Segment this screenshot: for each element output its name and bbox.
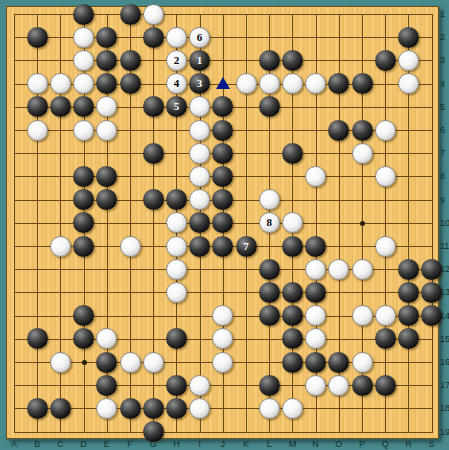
white-stone-C11 xyxy=(50,236,71,257)
black-stone-I10 xyxy=(189,212,210,233)
black-stone-H18 xyxy=(166,398,187,419)
black-stone-I4 xyxy=(189,73,210,94)
black-stone-D1 xyxy=(73,4,94,25)
white-stone-P16 xyxy=(352,352,373,373)
white-stone-H11 xyxy=(166,236,187,257)
go-diagram: 12345678 ABCDEFGHIJKLMNOPQRS123456789101… xyxy=(0,0,449,450)
black-stone-O16 xyxy=(328,352,349,373)
white-stone-N8 xyxy=(305,166,326,187)
black-stone-H15 xyxy=(166,328,187,349)
row-label-16: 16 xyxy=(440,357,449,367)
white-stone-F16 xyxy=(120,352,141,373)
white-stone-D3 xyxy=(73,50,94,71)
star-point xyxy=(82,360,87,365)
black-stone-E9 xyxy=(96,189,117,210)
black-stone-H5 xyxy=(166,96,187,117)
white-stone-H13 xyxy=(166,282,187,303)
black-stone-E16 xyxy=(96,352,117,373)
black-stone-R14 xyxy=(398,305,419,326)
black-stone-S14 xyxy=(421,305,442,326)
black-stone-G7 xyxy=(143,143,164,164)
black-stone-E4 xyxy=(96,73,117,94)
row-label-8: 8 xyxy=(440,171,445,181)
black-stone-P6 xyxy=(352,120,373,141)
row-label-6: 6 xyxy=(440,125,445,135)
grid-line-v xyxy=(432,14,433,433)
col-label-F: F xyxy=(127,439,133,449)
black-stone-E17 xyxy=(96,375,117,396)
white-stone-H12 xyxy=(166,259,187,280)
white-stone-I8 xyxy=(189,166,210,187)
black-stone-C18 xyxy=(50,398,71,419)
black-stone-R15 xyxy=(398,328,419,349)
white-stone-G16 xyxy=(143,352,164,373)
row-label-13: 13 xyxy=(440,287,449,297)
black-stone-H9 xyxy=(166,189,187,210)
white-stone-J16 xyxy=(212,352,233,373)
white-stone-I2 xyxy=(189,27,210,48)
black-stone-S13 xyxy=(421,282,442,303)
row-label-17: 17 xyxy=(440,380,449,390)
star-point xyxy=(360,221,365,226)
black-stone-F1 xyxy=(120,4,141,25)
row-label-1: 1 xyxy=(440,9,445,19)
black-stone-C5 xyxy=(50,96,71,117)
col-label-D: D xyxy=(80,439,87,449)
col-label-K: K xyxy=(243,439,249,449)
white-stone-O12 xyxy=(328,259,349,280)
col-label-C: C xyxy=(57,439,64,449)
white-stone-E6 xyxy=(96,120,117,141)
white-stone-M18 xyxy=(282,398,303,419)
black-stone-D5 xyxy=(73,96,94,117)
col-label-O: O xyxy=(335,439,342,449)
black-stone-N11 xyxy=(305,236,326,257)
black-stone-K11 xyxy=(236,236,257,257)
black-stone-N16 xyxy=(305,352,326,373)
white-stone-P12 xyxy=(352,259,373,280)
black-stone-L5 xyxy=(259,96,280,117)
black-stone-R2 xyxy=(398,27,419,48)
white-stone-I5 xyxy=(189,96,210,117)
white-stone-K4 xyxy=(236,73,257,94)
white-stone-H10 xyxy=(166,212,187,233)
row-label-15: 15 xyxy=(440,334,449,344)
white-stone-I7 xyxy=(189,143,210,164)
black-stone-L14 xyxy=(259,305,280,326)
white-stone-N12 xyxy=(305,259,326,280)
white-stone-J14 xyxy=(212,305,233,326)
col-label-R: R xyxy=(405,439,412,449)
white-stone-D2 xyxy=(73,27,94,48)
black-stone-P17 xyxy=(352,375,373,396)
black-stone-Q17 xyxy=(375,375,396,396)
col-label-N: N xyxy=(312,439,319,449)
go-board[interactable]: 12345678 xyxy=(6,6,439,439)
white-stone-L18 xyxy=(259,398,280,419)
white-stone-Q6 xyxy=(375,120,396,141)
black-stone-D14 xyxy=(73,305,94,326)
white-stone-I6 xyxy=(189,120,210,141)
black-stone-O4 xyxy=(328,73,349,94)
white-stone-L9 xyxy=(259,189,280,210)
black-stone-D10 xyxy=(73,212,94,233)
white-stone-F11 xyxy=(120,236,141,257)
black-stone-B2 xyxy=(27,27,48,48)
white-stone-Q14 xyxy=(375,305,396,326)
white-stone-I9 xyxy=(189,189,210,210)
col-label-A: A xyxy=(11,439,17,449)
white-stone-C4 xyxy=(50,73,71,94)
white-stone-H2 xyxy=(166,27,187,48)
white-stone-B6 xyxy=(27,120,48,141)
col-label-L: L xyxy=(267,439,272,449)
white-stone-N15 xyxy=(305,328,326,349)
row-label-2: 2 xyxy=(440,32,445,42)
black-stone-J11 xyxy=(212,236,233,257)
white-stone-I17 xyxy=(189,375,210,396)
col-label-H: H xyxy=(173,439,180,449)
black-stone-J9 xyxy=(212,189,233,210)
black-stone-J5 xyxy=(212,96,233,117)
grid-line-h xyxy=(14,408,433,409)
black-stone-G18 xyxy=(143,398,164,419)
black-stone-Q3 xyxy=(375,50,396,71)
white-stone-I18 xyxy=(189,398,210,419)
row-label-9: 9 xyxy=(440,195,445,205)
col-label-E: E xyxy=(104,439,110,449)
white-stone-B4 xyxy=(27,73,48,94)
black-stone-B15 xyxy=(27,328,48,349)
col-label-S: S xyxy=(429,439,435,449)
white-stone-M4 xyxy=(282,73,303,94)
col-label-P: P xyxy=(359,439,365,449)
black-stone-M15 xyxy=(282,328,303,349)
white-stone-R4 xyxy=(398,73,419,94)
white-stone-E15 xyxy=(96,328,117,349)
black-stone-I3 xyxy=(189,50,210,71)
white-stone-R3 xyxy=(398,50,419,71)
black-stone-M16 xyxy=(282,352,303,373)
row-label-4: 4 xyxy=(440,79,445,89)
black-stone-E2 xyxy=(96,27,117,48)
grid-line-h xyxy=(14,292,433,293)
black-stone-J8 xyxy=(212,166,233,187)
row-label-5: 5 xyxy=(440,102,445,112)
black-stone-Q15 xyxy=(375,328,396,349)
col-label-B: B xyxy=(34,439,40,449)
white-stone-Q8 xyxy=(375,166,396,187)
black-stone-G9 xyxy=(143,189,164,210)
black-stone-M11 xyxy=(282,236,303,257)
black-stone-E3 xyxy=(96,50,117,71)
black-stone-L12 xyxy=(259,259,280,280)
black-stone-P4 xyxy=(352,73,373,94)
black-stone-F4 xyxy=(120,73,141,94)
white-stone-H4 xyxy=(166,73,187,94)
row-label-11: 11 xyxy=(440,241,449,251)
black-stone-B5 xyxy=(27,96,48,117)
black-stone-J6 xyxy=(212,120,233,141)
black-stone-L17 xyxy=(259,375,280,396)
black-stone-N13 xyxy=(305,282,326,303)
black-stone-M14 xyxy=(282,305,303,326)
white-stone-P14 xyxy=(352,305,373,326)
row-label-7: 7 xyxy=(440,148,445,158)
col-label-G: G xyxy=(150,439,157,449)
white-stone-O17 xyxy=(328,375,349,396)
black-stone-H17 xyxy=(166,375,187,396)
black-stone-D9 xyxy=(73,189,94,210)
white-stone-Q11 xyxy=(375,236,396,257)
white-stone-D4 xyxy=(73,73,94,94)
white-stone-J15 xyxy=(212,328,233,349)
col-label-Q: Q xyxy=(382,439,389,449)
black-stone-G2 xyxy=(143,27,164,48)
white-stone-L4 xyxy=(259,73,280,94)
white-stone-E18 xyxy=(96,398,117,419)
col-label-I: I xyxy=(198,439,201,449)
black-stone-I11 xyxy=(189,236,210,257)
row-label-14: 14 xyxy=(440,311,449,321)
black-stone-B18 xyxy=(27,398,48,419)
row-label-10: 10 xyxy=(440,218,449,228)
black-stone-R12 xyxy=(398,259,419,280)
white-stone-M10 xyxy=(282,212,303,233)
white-stone-N17 xyxy=(305,375,326,396)
black-stone-F18 xyxy=(120,398,141,419)
black-stone-G5 xyxy=(143,96,164,117)
white-stone-N14 xyxy=(305,305,326,326)
row-label-19: 19 xyxy=(440,427,449,437)
black-stone-L13 xyxy=(259,282,280,303)
black-stone-E8 xyxy=(96,166,117,187)
black-stone-D8 xyxy=(73,166,94,187)
grid-line-v xyxy=(385,14,386,433)
black-stone-J7 xyxy=(212,143,233,164)
black-stone-J10 xyxy=(212,212,233,233)
black-stone-M13 xyxy=(282,282,303,303)
col-label-J: J xyxy=(221,439,226,449)
black-stone-L3 xyxy=(259,50,280,71)
black-stone-R13 xyxy=(398,282,419,303)
row-label-3: 3 xyxy=(440,55,445,65)
white-stone-E5 xyxy=(96,96,117,117)
white-stone-L10 xyxy=(259,212,280,233)
black-stone-M7 xyxy=(282,143,303,164)
row-label-18: 18 xyxy=(440,403,449,413)
black-stone-S12 xyxy=(421,259,442,280)
row-label-12: 12 xyxy=(440,264,449,274)
black-stone-O6 xyxy=(328,120,349,141)
white-stone-D6 xyxy=(73,120,94,141)
black-stone-M3 xyxy=(282,50,303,71)
grid-line-h xyxy=(14,432,433,433)
col-label-M: M xyxy=(289,439,297,449)
white-stone-P7 xyxy=(352,143,373,164)
black-stone-F3 xyxy=(120,50,141,71)
white-stone-H3 xyxy=(166,50,187,71)
black-stone-D15 xyxy=(73,328,94,349)
triangle-marker xyxy=(216,77,230,89)
white-stone-N4 xyxy=(305,73,326,94)
black-stone-D11 xyxy=(73,236,94,257)
white-stone-G1 xyxy=(143,4,164,25)
white-stone-C16 xyxy=(50,352,71,373)
